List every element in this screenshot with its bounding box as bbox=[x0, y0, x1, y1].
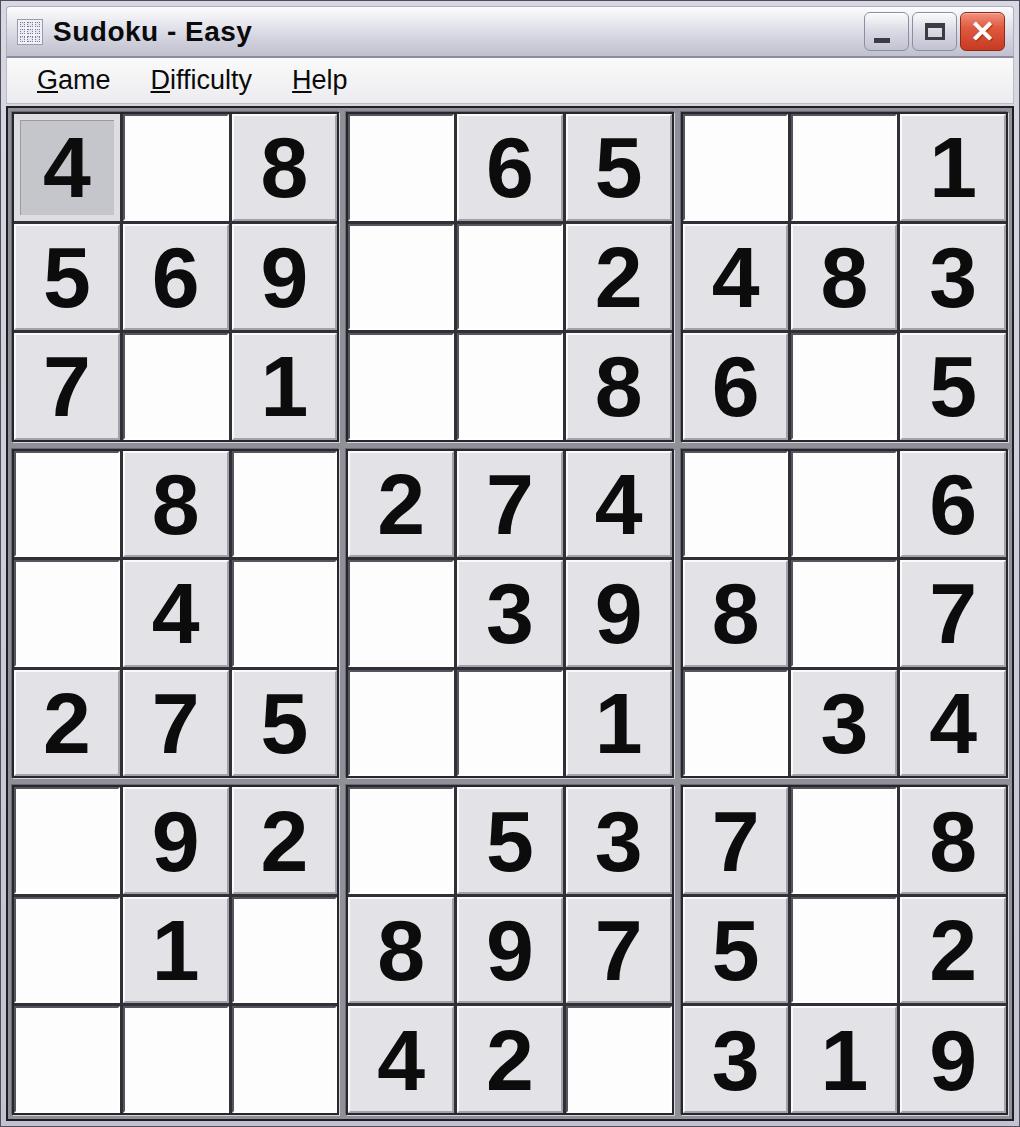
box-r2c3: 68734 bbox=[681, 449, 1008, 779]
cell-r6c6[interactable]: 1 bbox=[566, 670, 672, 777]
menu-game[interactable]: Game bbox=[17, 61, 131, 100]
cell-r5c1[interactable] bbox=[14, 560, 120, 667]
window-controls: ✕ bbox=[864, 12, 1005, 51]
cell-r3c7[interactable]: 6 bbox=[683, 333, 789, 440]
cell-r2c5[interactable] bbox=[457, 224, 563, 331]
cell-r2c9[interactable]: 3 bbox=[900, 224, 1006, 331]
cell-r2c6[interactable]: 2 bbox=[566, 224, 672, 331]
cell-r3c3[interactable]: 1 bbox=[232, 333, 338, 440]
cell-r6c1[interactable]: 2 bbox=[14, 670, 120, 777]
cell-r4c9[interactable]: 6 bbox=[900, 451, 1006, 558]
cell-r4c6[interactable]: 4 bbox=[566, 451, 672, 558]
minimize-icon bbox=[874, 38, 890, 43]
cell-r4c1[interactable] bbox=[14, 451, 120, 558]
cell-r7c8[interactable] bbox=[791, 787, 897, 894]
cell-r6c3[interactable]: 5 bbox=[232, 670, 338, 777]
cell-r1c3[interactable]: 8 bbox=[232, 114, 338, 221]
cell-r8c6[interactable]: 7 bbox=[566, 897, 672, 1004]
cell-r3c2[interactable] bbox=[123, 333, 229, 440]
maximize-button[interactable] bbox=[912, 12, 957, 51]
cell-r2c3[interactable]: 9 bbox=[232, 224, 338, 331]
cell-r9c8[interactable]: 1 bbox=[791, 1006, 897, 1113]
cell-r7c9[interactable]: 8 bbox=[900, 787, 1006, 894]
cell-r6c4[interactable] bbox=[348, 670, 454, 777]
cell-r9c1[interactable] bbox=[14, 1006, 120, 1113]
minimize-button[interactable] bbox=[864, 12, 909, 51]
cell-r5c2[interactable]: 4 bbox=[123, 560, 229, 667]
close-button[interactable]: ✕ bbox=[960, 12, 1005, 51]
cell-r8c1[interactable] bbox=[14, 897, 120, 1004]
cell-r4c5[interactable]: 7 bbox=[457, 451, 563, 558]
cell-r1c7[interactable] bbox=[683, 114, 789, 221]
cell-r3c9[interactable]: 5 bbox=[900, 333, 1006, 440]
cell-r9c2[interactable] bbox=[123, 1006, 229, 1113]
cell-r5c3[interactable] bbox=[232, 560, 338, 667]
cell-r8c8[interactable] bbox=[791, 897, 897, 1004]
cell-r6c5[interactable] bbox=[457, 670, 563, 777]
box-r3c1: 921 bbox=[12, 785, 339, 1115]
cell-r8c3[interactable] bbox=[232, 897, 338, 1004]
cell-r9c4[interactable]: 4 bbox=[348, 1006, 454, 1113]
cell-r9c7[interactable]: 3 bbox=[683, 1006, 789, 1113]
titlebar[interactable]: Sudoku - Easy ✕ bbox=[6, 6, 1014, 58]
cell-r7c6[interactable]: 3 bbox=[566, 787, 672, 894]
box-r2c1: 84275 bbox=[12, 449, 339, 779]
app-window: Sudoku - Easy ✕ Game Difficulty Help 485… bbox=[0, 0, 1020, 1127]
cell-r1c2[interactable] bbox=[123, 114, 229, 221]
cell-r1c5[interactable]: 6 bbox=[457, 114, 563, 221]
cell-r5c4[interactable] bbox=[348, 560, 454, 667]
close-icon: ✕ bbox=[970, 17, 995, 47]
cell-r9c5[interactable]: 2 bbox=[457, 1006, 563, 1113]
cell-r5c9[interactable]: 7 bbox=[900, 560, 1006, 667]
cell-r8c9[interactable]: 2 bbox=[900, 897, 1006, 1004]
cell-r1c4[interactable] bbox=[348, 114, 454, 221]
cell-r4c2[interactable]: 8 bbox=[123, 451, 229, 558]
cell-r5c5[interactable]: 3 bbox=[457, 560, 563, 667]
cell-r5c8[interactable] bbox=[791, 560, 897, 667]
cell-r9c9[interactable]: 9 bbox=[900, 1006, 1006, 1113]
cell-r6c2[interactable]: 7 bbox=[123, 670, 229, 777]
cell-r7c3[interactable]: 2 bbox=[232, 787, 338, 894]
cell-r8c5[interactable]: 9 bbox=[457, 897, 563, 1004]
cell-r8c7[interactable]: 5 bbox=[683, 897, 789, 1004]
cell-r8c2[interactable]: 1 bbox=[123, 897, 229, 1004]
cell-r7c2[interactable]: 9 bbox=[123, 787, 229, 894]
cell-r1c1[interactable]: 4 bbox=[14, 114, 120, 221]
cell-r6c8[interactable]: 3 bbox=[791, 670, 897, 777]
cell-r4c7[interactable] bbox=[683, 451, 789, 558]
cell-r2c2[interactable]: 6 bbox=[123, 224, 229, 331]
cell-r4c8[interactable] bbox=[791, 451, 897, 558]
cell-r6c9[interactable]: 4 bbox=[900, 670, 1006, 777]
cell-r3c8[interactable] bbox=[791, 333, 897, 440]
cell-r7c5[interactable]: 5 bbox=[457, 787, 563, 894]
cell-r9c3[interactable] bbox=[232, 1006, 338, 1113]
cell-r4c3[interactable] bbox=[232, 451, 338, 558]
box-r1c1: 4856971 bbox=[12, 112, 339, 442]
maximize-icon bbox=[925, 23, 945, 40]
box-r1c3: 148365 bbox=[681, 112, 1008, 442]
cell-r2c8[interactable]: 8 bbox=[791, 224, 897, 331]
cell-r6c7[interactable] bbox=[683, 670, 789, 777]
cell-r2c4[interactable] bbox=[348, 224, 454, 331]
menu-help[interactable]: Help bbox=[272, 61, 368, 100]
cell-r4c4[interactable]: 2 bbox=[348, 451, 454, 558]
box-r3c3: 7852319 bbox=[681, 785, 1008, 1115]
cell-r3c5[interactable] bbox=[457, 333, 563, 440]
menubar: Game Difficulty Help bbox=[6, 58, 1014, 104]
cell-r3c4[interactable] bbox=[348, 333, 454, 440]
box-r2c2: 274391 bbox=[346, 449, 673, 779]
cell-r2c7[interactable]: 4 bbox=[683, 224, 789, 331]
cell-r5c6[interactable]: 9 bbox=[566, 560, 672, 667]
cell-r3c6[interactable]: 8 bbox=[566, 333, 672, 440]
window-title: Sudoku - Easy bbox=[53, 16, 252, 48]
cell-r1c9[interactable]: 1 bbox=[900, 114, 1006, 221]
cell-r2c1[interactable]: 5 bbox=[14, 224, 120, 331]
box-r1c2: 6528 bbox=[346, 112, 673, 442]
cell-r7c1[interactable] bbox=[14, 787, 120, 894]
cell-r1c6[interactable]: 5 bbox=[566, 114, 672, 221]
cell-r3c1[interactable]: 7 bbox=[14, 333, 120, 440]
cell-r8c4[interactable]: 8 bbox=[348, 897, 454, 1004]
box-r3c2: 5389742 bbox=[346, 785, 673, 1115]
cell-r5c7[interactable]: 8 bbox=[683, 560, 789, 667]
menu-difficulty[interactable]: Difficulty bbox=[131, 61, 273, 100]
cell-r7c7[interactable]: 7 bbox=[683, 787, 789, 894]
sudoku-app-icon bbox=[17, 19, 43, 45]
sudoku-board: 4856971652814836584275274391687349215389… bbox=[6, 106, 1014, 1121]
cell-r9c6[interactable] bbox=[566, 1006, 672, 1113]
cell-r7c4[interactable] bbox=[348, 787, 454, 894]
cell-r1c8[interactable] bbox=[791, 114, 897, 221]
